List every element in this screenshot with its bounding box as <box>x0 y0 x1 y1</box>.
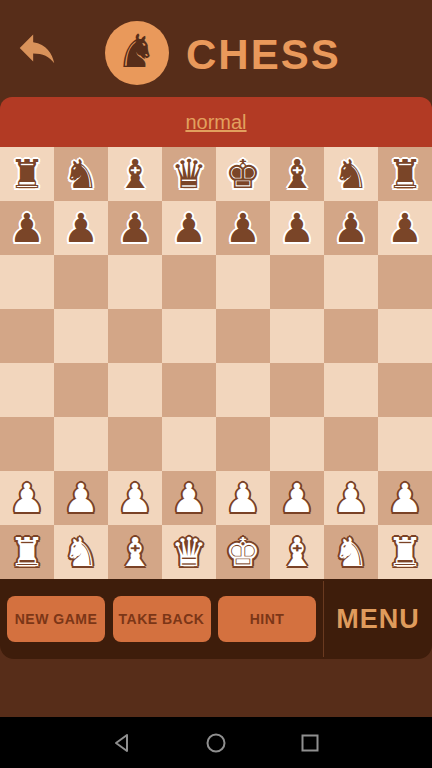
square-e7[interactable]: ♟︎ <box>216 201 270 255</box>
square-d7[interactable]: ♟︎ <box>162 201 216 255</box>
square-c1[interactable]: ♝︎ <box>108 525 162 579</box>
square-h7[interactable]: ♟︎ <box>378 201 432 255</box>
square-b3[interactable] <box>54 417 108 471</box>
square-a4[interactable] <box>0 363 54 417</box>
white-pawn: ♟︎ <box>63 478 99 518</box>
black-pawn: ♟︎ <box>333 208 369 248</box>
difficulty-selector[interactable]: normal <box>185 111 246 134</box>
square-b8[interactable]: ♞︎ <box>54 147 108 201</box>
square-b4[interactable] <box>54 363 108 417</box>
square-h6[interactable] <box>378 255 432 309</box>
square-f2[interactable]: ♟︎ <box>270 471 324 525</box>
take-back-button[interactable]: TAKE BACK <box>113 596 211 642</box>
mode-bar: normal <box>0 97 432 147</box>
square-h8[interactable]: ♜︎ <box>378 147 432 201</box>
square-h3[interactable] <box>378 417 432 471</box>
black-pawn: ♟︎ <box>171 208 207 248</box>
black-bishop: ♝︎ <box>117 154 153 194</box>
android-nav-bar <box>0 717 432 768</box>
square-a8[interactable]: ♜︎ <box>0 147 54 201</box>
square-g8[interactable]: ♞︎ <box>324 147 378 201</box>
black-rook: ♜︎ <box>387 154 423 194</box>
android-home-icon[interactable] <box>205 732 227 754</box>
square-c6[interactable] <box>108 255 162 309</box>
hint-button[interactable]: HINT <box>218 596 316 642</box>
white-bishop: ♝︎ <box>117 532 153 572</box>
black-knight: ♞︎ <box>63 154 99 194</box>
black-pawn: ♟︎ <box>225 208 261 248</box>
square-h2[interactable]: ♟︎ <box>378 471 432 525</box>
square-d5[interactable] <box>162 309 216 363</box>
square-e1[interactable]: ♚︎ <box>216 525 270 579</box>
black-knight: ♞︎ <box>333 154 369 194</box>
white-pawn: ♟︎ <box>9 478 45 518</box>
white-knight: ♞︎ <box>333 532 369 572</box>
square-b5[interactable] <box>54 309 108 363</box>
black-pawn: ♟︎ <box>387 208 423 248</box>
square-f6[interactable] <box>270 255 324 309</box>
square-a7[interactable]: ♟︎ <box>0 201 54 255</box>
white-bishop: ♝︎ <box>279 532 315 572</box>
square-d1[interactable]: ♛︎ <box>162 525 216 579</box>
white-rook: ♜︎ <box>387 532 423 572</box>
square-d6[interactable] <box>162 255 216 309</box>
square-d3[interactable] <box>162 417 216 471</box>
square-b6[interactable] <box>54 255 108 309</box>
square-a3[interactable] <box>0 417 54 471</box>
square-e4[interactable] <box>216 363 270 417</box>
square-a2[interactable]: ♟︎ <box>0 471 54 525</box>
square-e6[interactable] <box>216 255 270 309</box>
toolbar-buttons: NEW GAME TAKE BACK HINT <box>0 596 323 642</box>
square-h4[interactable] <box>378 363 432 417</box>
back-arrow-icon <box>14 59 60 74</box>
android-recents-icon[interactable] <box>299 732 321 754</box>
square-f4[interactable] <box>270 363 324 417</box>
square-d2[interactable]: ♟︎ <box>162 471 216 525</box>
black-bishop: ♝︎ <box>279 154 315 194</box>
square-c8[interactable]: ♝︎ <box>108 147 162 201</box>
square-g6[interactable] <box>324 255 378 309</box>
square-e8[interactable]: ♚︎ <box>216 147 270 201</box>
menu-button[interactable]: MENU <box>324 579 432 659</box>
app-title: CHESS <box>186 30 346 80</box>
white-pawn: ♟︎ <box>171 478 207 518</box>
square-c3[interactable] <box>108 417 162 471</box>
square-g7[interactable]: ♟︎ <box>324 201 378 255</box>
square-g5[interactable] <box>324 309 378 363</box>
android-back-icon[interactable] <box>111 732 133 754</box>
white-queen: ♛︎ <box>171 532 207 572</box>
square-g4[interactable] <box>324 363 378 417</box>
square-d4[interactable] <box>162 363 216 417</box>
square-h5[interactable] <box>378 309 432 363</box>
phone-screen: ♞ CHESS normal ♜︎♞︎♝︎♛︎♚︎♝︎♞︎♜︎♟︎♟︎♟︎♟︎♟… <box>0 0 432 768</box>
square-h1[interactable]: ♜︎ <box>378 525 432 579</box>
black-pawn: ♟︎ <box>279 208 315 248</box>
square-a6[interactable] <box>0 255 54 309</box>
header: ♞ CHESS <box>0 0 432 97</box>
new-game-button[interactable]: NEW GAME <box>7 596 105 642</box>
square-f1[interactable]: ♝︎ <box>270 525 324 579</box>
square-d8[interactable]: ♛︎ <box>162 147 216 201</box>
white-pawn: ♟︎ <box>225 478 261 518</box>
square-a1[interactable]: ♜︎ <box>0 525 54 579</box>
square-c4[interactable] <box>108 363 162 417</box>
white-king: ♚︎ <box>225 532 261 572</box>
white-pawn: ♟︎ <box>333 478 369 518</box>
knight-logo-icon: ♞ <box>116 28 157 74</box>
white-pawn: ♟︎ <box>117 478 153 518</box>
square-f8[interactable]: ♝︎ <box>270 147 324 201</box>
square-e2[interactable]: ♟︎ <box>216 471 270 525</box>
square-c7[interactable]: ♟︎ <box>108 201 162 255</box>
black-rook: ♜︎ <box>9 154 45 194</box>
square-e5[interactable] <box>216 309 270 363</box>
square-a5[interactable] <box>0 309 54 363</box>
square-f5[interactable] <box>270 309 324 363</box>
white-pawn: ♟︎ <box>279 478 315 518</box>
white-rook: ♜︎ <box>9 532 45 572</box>
square-g2[interactable]: ♟︎ <box>324 471 378 525</box>
black-pawn: ♟︎ <box>9 208 45 248</box>
square-g1[interactable]: ♞︎ <box>324 525 378 579</box>
square-b1[interactable]: ♞︎ <box>54 525 108 579</box>
black-pawn: ♟︎ <box>117 208 153 248</box>
black-pawn: ♟︎ <box>63 208 99 248</box>
back-button[interactable] <box>12 24 62 74</box>
square-f3[interactable] <box>270 417 324 471</box>
white-knight: ♞︎ <box>63 532 99 572</box>
square-e3[interactable] <box>216 417 270 471</box>
square-f7[interactable]: ♟︎ <box>270 201 324 255</box>
square-b2[interactable]: ♟︎ <box>54 471 108 525</box>
square-g3[interactable] <box>324 417 378 471</box>
app-logo: ♞ <box>105 21 169 85</box>
black-queen: ♛︎ <box>171 154 207 194</box>
square-c5[interactable] <box>108 309 162 363</box>
chess-board: ♜︎♞︎♝︎♛︎♚︎♝︎♞︎♜︎♟︎♟︎♟︎♟︎♟︎♟︎♟︎♟︎♟︎♟︎♟︎♟︎… <box>0 147 432 579</box>
toolbar-panel: NEW GAME TAKE BACK HINT MENU <box>0 579 432 659</box>
white-pawn: ♟︎ <box>387 478 423 518</box>
square-c2[interactable]: ♟︎ <box>108 471 162 525</box>
square-b7[interactable]: ♟︎ <box>54 201 108 255</box>
black-king: ♚︎ <box>225 154 261 194</box>
